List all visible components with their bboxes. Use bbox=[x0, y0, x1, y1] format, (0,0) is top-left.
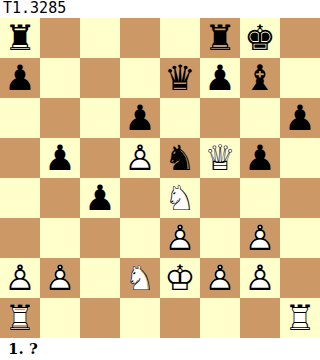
piece-black-pawn[interactable]: ♟ bbox=[80, 178, 120, 218]
square-h6[interactable]: ♟ bbox=[280, 98, 320, 138]
square-g3[interactable]: ♟♙ bbox=[240, 218, 280, 258]
piece-black-knight[interactable]: ♞ bbox=[160, 138, 200, 178]
square-c8[interactable] bbox=[80, 18, 120, 58]
piece-black-pawn[interactable]: ♟ bbox=[120, 98, 160, 138]
square-a3[interactable] bbox=[0, 218, 40, 258]
square-d5[interactable]: ♟♙ bbox=[120, 138, 160, 178]
move-prompt: 1. ? bbox=[8, 340, 38, 358]
square-e1[interactable] bbox=[160, 298, 200, 338]
square-h1[interactable]: ♜♖ bbox=[280, 298, 320, 338]
piece-white-queen[interactable]: ♛♕ bbox=[200, 138, 240, 178]
square-a2[interactable]: ♟♙ bbox=[0, 258, 40, 298]
square-a1[interactable]: ♜♖ bbox=[0, 298, 40, 338]
square-d2[interactable]: ♞♘ bbox=[120, 258, 160, 298]
square-a8[interactable]: ♜ bbox=[0, 18, 40, 58]
piece-white-knight[interactable]: ♞♘ bbox=[160, 178, 200, 218]
piece-outline: ♘ bbox=[120, 258, 160, 298]
square-a4[interactable] bbox=[0, 178, 40, 218]
piece-black-rook[interactable]: ♜ bbox=[0, 18, 40, 58]
square-b1[interactable] bbox=[40, 298, 80, 338]
square-d7[interactable] bbox=[120, 58, 160, 98]
square-f2[interactable]: ♟♙ bbox=[200, 258, 240, 298]
piece-outline: ♙ bbox=[240, 258, 280, 298]
piece-fill: ♟ bbox=[280, 98, 320, 138]
piece-black-pawn[interactable]: ♟ bbox=[0, 58, 40, 98]
square-e3[interactable]: ♟♙ bbox=[160, 218, 200, 258]
piece-black-king[interactable]: ♚ bbox=[240, 18, 280, 58]
square-b6[interactable] bbox=[40, 98, 80, 138]
square-e2[interactable]: ♚♔ bbox=[160, 258, 200, 298]
square-e5[interactable]: ♞ bbox=[160, 138, 200, 178]
square-d6[interactable]: ♟ bbox=[120, 98, 160, 138]
square-e4[interactable]: ♞♘ bbox=[160, 178, 200, 218]
square-a6[interactable] bbox=[0, 98, 40, 138]
square-f6[interactable] bbox=[200, 98, 240, 138]
piece-white-rook[interactable]: ♜♖ bbox=[0, 298, 40, 338]
square-c5[interactable] bbox=[80, 138, 120, 178]
square-b5[interactable]: ♟ bbox=[40, 138, 80, 178]
piece-white-knight[interactable]: ♞♘ bbox=[120, 258, 160, 298]
square-h5[interactable] bbox=[280, 138, 320, 178]
square-g5[interactable]: ♟ bbox=[240, 138, 280, 178]
piece-fill: ♞ bbox=[160, 138, 200, 178]
square-g4[interactable] bbox=[240, 178, 280, 218]
piece-white-pawn[interactable]: ♟♙ bbox=[40, 258, 80, 298]
piece-outline: ♖ bbox=[0, 298, 40, 338]
puzzle-title: T1.3285 bbox=[3, 0, 66, 17]
square-f4[interactable] bbox=[200, 178, 240, 218]
square-a7[interactable]: ♟ bbox=[0, 58, 40, 98]
chess-board: ♜♜♚♟♛♟♝♟♟♟♟♙♞♛♕♟♟♞♘♟♙♟♙♟♙♟♙♞♘♚♔♟♙♟♙♜♖♜♖ bbox=[0, 18, 320, 338]
piece-black-pawn[interactable]: ♟ bbox=[280, 98, 320, 138]
square-g6[interactable] bbox=[240, 98, 280, 138]
square-d4[interactable] bbox=[120, 178, 160, 218]
piece-fill: ♟ bbox=[40, 138, 80, 178]
square-h2[interactable] bbox=[280, 258, 320, 298]
square-h3[interactable] bbox=[280, 218, 320, 258]
piece-outline: ♕ bbox=[200, 138, 240, 178]
square-c4[interactable]: ♟ bbox=[80, 178, 120, 218]
piece-white-pawn[interactable]: ♟♙ bbox=[200, 258, 240, 298]
piece-fill: ♟ bbox=[240, 138, 280, 178]
piece-white-pawn[interactable]: ♟♙ bbox=[240, 218, 280, 258]
piece-white-pawn[interactable]: ♟♙ bbox=[120, 138, 160, 178]
piece-fill: ♜ bbox=[0, 18, 40, 58]
piece-white-pawn[interactable]: ♟♙ bbox=[160, 218, 200, 258]
piece-outline: ♙ bbox=[0, 258, 40, 298]
piece-outline: ♙ bbox=[200, 258, 240, 298]
piece-outline: ♙ bbox=[240, 218, 280, 258]
piece-outline: ♖ bbox=[280, 298, 320, 338]
piece-outline: ♔ bbox=[160, 258, 200, 298]
square-f5[interactable]: ♛♕ bbox=[200, 138, 240, 178]
piece-black-queen[interactable]: ♛ bbox=[160, 58, 200, 98]
piece-fill: ♟ bbox=[80, 178, 120, 218]
square-a5[interactable] bbox=[0, 138, 40, 178]
prompt-bar: 1. ? bbox=[0, 338, 320, 360]
piece-black-pawn[interactable]: ♟ bbox=[240, 138, 280, 178]
square-f3[interactable] bbox=[200, 218, 240, 258]
square-b8[interactable] bbox=[40, 18, 80, 58]
piece-fill: ♟ bbox=[120, 98, 160, 138]
square-g7[interactable]: ♝ bbox=[240, 58, 280, 98]
square-h8[interactable] bbox=[280, 18, 320, 58]
piece-white-pawn[interactable]: ♟♙ bbox=[240, 258, 280, 298]
square-c6[interactable] bbox=[80, 98, 120, 138]
piece-fill: ♛ bbox=[160, 58, 200, 98]
square-d8[interactable] bbox=[120, 18, 160, 58]
piece-fill: ♟ bbox=[200, 58, 240, 98]
square-e6[interactable] bbox=[160, 98, 200, 138]
chess-puzzle-page: T1.3285 ♜♜♚♟♛♟♝♟♟♟♟♙♞♛♕♟♟♞♘♟♙♟♙♟♙♟♙♞♘♚♔♟… bbox=[0, 0, 320, 360]
piece-fill: ♝ bbox=[240, 58, 280, 98]
piece-black-pawn[interactable]: ♟ bbox=[40, 138, 80, 178]
piece-fill: ♟ bbox=[0, 58, 40, 98]
square-g2[interactable]: ♟♙ bbox=[240, 258, 280, 298]
square-b7[interactable] bbox=[40, 58, 80, 98]
piece-outline: ♙ bbox=[40, 258, 80, 298]
square-e7[interactable]: ♛ bbox=[160, 58, 200, 98]
piece-white-pawn[interactable]: ♟♙ bbox=[0, 258, 40, 298]
piece-white-king[interactable]: ♚♔ bbox=[160, 258, 200, 298]
square-b2[interactable]: ♟♙ bbox=[40, 258, 80, 298]
square-c3[interactable] bbox=[80, 218, 120, 258]
piece-black-pawn[interactable]: ♟ bbox=[200, 58, 240, 98]
square-h7[interactable] bbox=[280, 58, 320, 98]
square-f8[interactable]: ♜ bbox=[200, 18, 240, 58]
square-d1[interactable] bbox=[120, 298, 160, 338]
square-g1[interactable] bbox=[240, 298, 280, 338]
piece-outline: ♙ bbox=[120, 138, 160, 178]
square-g8[interactable]: ♚ bbox=[240, 18, 280, 58]
square-c2[interactable] bbox=[80, 258, 120, 298]
piece-fill: ♚ bbox=[240, 18, 280, 58]
square-h4[interactable] bbox=[280, 178, 320, 218]
square-b3[interactable] bbox=[40, 218, 80, 258]
piece-white-rook[interactable]: ♜♖ bbox=[280, 298, 320, 338]
piece-black-rook[interactable]: ♜ bbox=[200, 18, 240, 58]
title-bar: T1.3285 bbox=[0, 0, 320, 18]
square-b4[interactable] bbox=[40, 178, 80, 218]
square-f7[interactable]: ♟ bbox=[200, 58, 240, 98]
square-e8[interactable] bbox=[160, 18, 200, 58]
piece-fill: ♜ bbox=[200, 18, 240, 58]
piece-outline: ♙ bbox=[160, 218, 200, 258]
square-c1[interactable] bbox=[80, 298, 120, 338]
piece-outline: ♘ bbox=[160, 178, 200, 218]
piece-black-bishop[interactable]: ♝ bbox=[240, 58, 280, 98]
square-d3[interactable] bbox=[120, 218, 160, 258]
square-c7[interactable] bbox=[80, 58, 120, 98]
square-f1[interactable] bbox=[200, 298, 240, 338]
